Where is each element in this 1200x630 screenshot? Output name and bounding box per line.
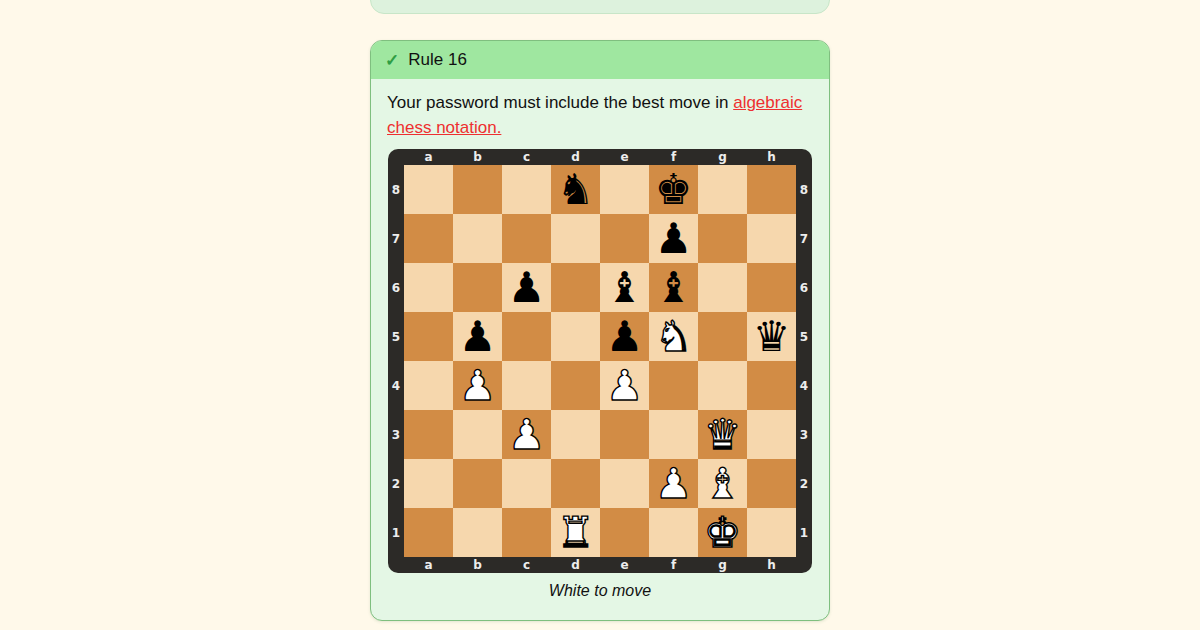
square-h7: [747, 214, 796, 263]
square-d5: [551, 312, 600, 361]
square-d4: [551, 361, 600, 410]
file-label-top-d: d: [551, 149, 600, 165]
previous-rule-card-partial: [370, 0, 830, 14]
black-pawn-e5: ♟: [606, 316, 644, 358]
square-f1: [649, 508, 698, 557]
square-b2: [453, 459, 502, 508]
white-knight-f5: ♞: [655, 316, 693, 358]
rule-description: Your password must include the best move…: [371, 79, 829, 149]
white-king-g1: ♚: [704, 512, 742, 554]
square-e8: [600, 165, 649, 214]
board-corner: [388, 149, 404, 165]
rank-label-left-2: 2: [388, 459, 404, 508]
square-e1: [600, 508, 649, 557]
square-g2: ♝: [698, 459, 747, 508]
square-c4: [502, 361, 551, 410]
rank-label-right-6: 6: [796, 263, 812, 312]
rank-label-right-8: 8: [796, 165, 812, 214]
square-d6: [551, 263, 600, 312]
white-pawn-f2: ♟: [655, 463, 693, 505]
square-e4: ♟: [600, 361, 649, 410]
white-bishop-g2: ♝: [704, 463, 742, 505]
square-c1: [502, 508, 551, 557]
rank-label-left-5: 5: [388, 312, 404, 361]
square-f2: ♟: [649, 459, 698, 508]
rank-label-left-4: 4: [388, 361, 404, 410]
square-f3: [649, 410, 698, 459]
white-rook-d1: ♜: [557, 512, 595, 554]
square-e5: ♟: [600, 312, 649, 361]
square-c3: ♟: [502, 410, 551, 459]
square-b6: [453, 263, 502, 312]
rank-label-right-7: 7: [796, 214, 812, 263]
square-b4: ♟: [453, 361, 502, 410]
square-f7: ♟: [649, 214, 698, 263]
square-h2: [747, 459, 796, 508]
board-corner: [388, 557, 404, 573]
square-b3: [453, 410, 502, 459]
rank-label-right-3: 3: [796, 410, 812, 459]
square-a1: [404, 508, 453, 557]
rank-label-left-7: 7: [388, 214, 404, 263]
page-background: ✓ Rule 16 Your password must include the…: [0, 0, 1200, 630]
square-a8: [404, 165, 453, 214]
square-g6: [698, 263, 747, 312]
rank-label-right-5: 5: [796, 312, 812, 361]
black-bishop-f6: ♝: [655, 267, 693, 309]
white-pawn-e4: ♟: [606, 365, 644, 407]
black-bishop-e6: ♝: [606, 267, 644, 309]
rank-label-right-1: 1: [796, 508, 812, 557]
rule-description-text: Your password must include the best move…: [387, 93, 733, 112]
square-g3: ♛: [698, 410, 747, 459]
black-pawn-c6: ♟: [508, 267, 546, 309]
square-h5: ♛: [747, 312, 796, 361]
square-d8: ♞: [551, 165, 600, 214]
black-queen-h5: ♛: [753, 316, 791, 358]
square-h6: [747, 263, 796, 312]
square-a5: [404, 312, 453, 361]
file-label-top-a: a: [404, 149, 453, 165]
rank-label-right-4: 4: [796, 361, 812, 410]
board-corner: [796, 149, 812, 165]
file-label-top-h: h: [747, 149, 796, 165]
square-b7: [453, 214, 502, 263]
file-label-top-b: b: [453, 149, 502, 165]
black-pawn-f7: ♟: [655, 218, 693, 260]
file-label-top-g: g: [698, 149, 747, 165]
file-label-bottom-f: f: [649, 557, 698, 573]
square-b5: ♟: [453, 312, 502, 361]
black-king-f8: ♚: [655, 169, 693, 211]
square-g1: ♚: [698, 508, 747, 557]
square-b1: [453, 508, 502, 557]
square-d3: [551, 410, 600, 459]
black-knight-d8: ♞: [557, 169, 595, 211]
square-e7: [600, 214, 649, 263]
board-corner: [796, 557, 812, 573]
rank-label-left-6: 6: [388, 263, 404, 312]
square-h3: [747, 410, 796, 459]
rule-16-card: ✓ Rule 16 Your password must include the…: [370, 40, 830, 621]
square-c8: [502, 165, 551, 214]
square-h1: [747, 508, 796, 557]
rule-header: ✓ Rule 16: [371, 41, 829, 79]
square-c2: [502, 459, 551, 508]
square-a4: [404, 361, 453, 410]
rank-label-left-1: 1: [388, 508, 404, 557]
file-label-bottom-h: h: [747, 557, 796, 573]
square-g7: [698, 214, 747, 263]
rank-label-left-8: 8: [388, 165, 404, 214]
file-label-bottom-d: d: [551, 557, 600, 573]
square-h4: [747, 361, 796, 410]
file-label-top-e: e: [600, 149, 649, 165]
square-f4: [649, 361, 698, 410]
file-label-top-f: f: [649, 149, 698, 165]
white-pawn-b4: ♟: [459, 365, 497, 407]
square-a3: [404, 410, 453, 459]
white-queen-g3: ♛: [704, 414, 742, 456]
square-h8: [747, 165, 796, 214]
rank-label-left-3: 3: [388, 410, 404, 459]
square-a7: [404, 214, 453, 263]
file-label-bottom-a: a: [404, 557, 453, 573]
square-f6: ♝: [649, 263, 698, 312]
file-label-bottom-e: e: [600, 557, 649, 573]
square-a2: [404, 459, 453, 508]
file-label-bottom-g: g: [698, 557, 747, 573]
file-label-bottom-b: b: [453, 557, 502, 573]
square-g5: [698, 312, 747, 361]
rank-label-right-2: 2: [796, 459, 812, 508]
chess-board: abcdefgh8♞♚87♟76♟♝♝65♟♟♞♛54♟♟43♟♛32♟♝21♜…: [388, 149, 812, 573]
square-g4: [698, 361, 747, 410]
square-d2: [551, 459, 600, 508]
square-f8: ♚: [649, 165, 698, 214]
square-c6: ♟: [502, 263, 551, 312]
square-e6: ♝: [600, 263, 649, 312]
square-d1: ♜: [551, 508, 600, 557]
square-e3: [600, 410, 649, 459]
square-b8: [453, 165, 502, 214]
white-pawn-c3: ♟: [508, 414, 546, 456]
side-to-move-caption: White to move: [371, 582, 829, 600]
square-d7: [551, 214, 600, 263]
rule-title: Rule 16: [408, 50, 467, 70]
file-label-top-c: c: [502, 149, 551, 165]
check-icon: ✓: [385, 52, 399, 69]
square-g8: [698, 165, 747, 214]
file-label-bottom-c: c: [502, 557, 551, 573]
square-e2: [600, 459, 649, 508]
square-c5: [502, 312, 551, 361]
square-f5: ♞: [649, 312, 698, 361]
square-c7: [502, 214, 551, 263]
black-pawn-b5: ♟: [459, 316, 497, 358]
square-a6: [404, 263, 453, 312]
